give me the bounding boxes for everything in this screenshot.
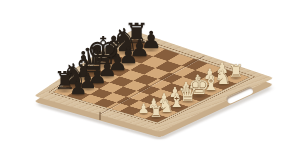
black-pawn-piece[interactable]: ♟ bbox=[69, 77, 88, 98]
white-rook-piece[interactable]: ♜ bbox=[149, 104, 163, 119]
chess-set-photo: ♜♞♝♛♚♝♞♜♟♟♟♟♟♟♟♟♟♟♟♟♟♟♟♟♜♞♝♛♚♝♞♜ bbox=[0, 0, 285, 150]
pieces-layer: ♜♞♝♛♚♝♞♜♟♟♟♟♟♟♟♟♟♟♟♟♟♟♟♟♜♞♝♛♚♝♞♜ bbox=[0, 0, 285, 150]
white-pawn-piece[interactable]: ♟ bbox=[138, 103, 150, 116]
